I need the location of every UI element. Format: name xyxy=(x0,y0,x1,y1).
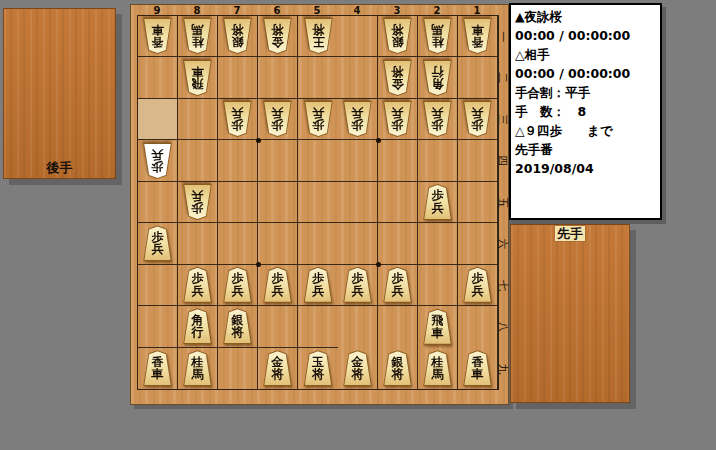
piece-face: 歩兵 xyxy=(424,102,451,136)
piece-kanji: 行 xyxy=(432,65,444,78)
square-21[interactable]: 桂馬 xyxy=(418,16,458,57)
sente-pawn-piece[interactable]: 歩兵 xyxy=(423,184,452,220)
square-26[interactable] xyxy=(418,223,458,264)
piece-shape: 香車 xyxy=(463,350,492,386)
square-58[interactable] xyxy=(298,306,338,347)
square-12[interactable] xyxy=(458,57,498,98)
piece-face: 香車 xyxy=(464,351,491,385)
piece-kanji: 車 xyxy=(472,24,484,37)
square-15[interactable] xyxy=(458,182,498,223)
sente-knight-piece[interactable]: 桂馬 xyxy=(183,350,212,386)
sente-pawn-piece[interactable]: 歩兵 xyxy=(143,225,172,261)
piece-kanji: 将 xyxy=(392,24,404,37)
square-72[interactable] xyxy=(218,57,258,98)
square-95[interactable] xyxy=(138,182,178,223)
square-79[interactable] xyxy=(218,348,258,389)
piece-kanji: 香 xyxy=(152,36,164,49)
piece-face: 歩兵 xyxy=(264,268,291,302)
piece-kanji: 歩 xyxy=(232,119,244,132)
square-86[interactable] xyxy=(178,223,218,264)
square-89[interactable]: 桂馬 xyxy=(178,348,218,389)
sente-knight-piece[interactable]: 桂馬 xyxy=(423,350,452,386)
piece-kanji: 歩 xyxy=(312,119,324,132)
square-63[interactable]: 歩兵 xyxy=(258,99,298,140)
info-gote-clock: 00:00 / 00:00:00 xyxy=(515,64,660,83)
square-46[interactable] xyxy=(338,223,378,264)
piece-face: 香車 xyxy=(144,351,171,385)
piece-kanji: 兵 xyxy=(392,107,404,120)
gote-bishop-piece[interactable]: 角行 xyxy=(423,60,452,96)
piece-face: 桂馬 xyxy=(184,19,211,53)
piece-kanji: 車 xyxy=(472,368,484,381)
board-grid[interactable]: 香車桂馬銀将金将王将銀将桂馬香車飛車金将角行歩兵歩兵歩兵歩兵歩兵歩兵歩兵歩兵歩兵… xyxy=(137,15,499,390)
info-last-move: △９四歩 まで xyxy=(515,121,660,140)
gote-pawn-piece[interactable]: 歩兵 xyxy=(383,101,412,137)
piece-kanji: 兵 xyxy=(192,285,204,298)
piece-shape: 桂馬 xyxy=(423,18,452,54)
info-move-count: 手 数： 8 xyxy=(515,102,660,121)
piece-shape: 歩兵 xyxy=(223,267,252,303)
piece-kanji: 兵 xyxy=(352,107,364,120)
piece-kanji: 兵 xyxy=(432,107,444,120)
piece-face: 歩兵 xyxy=(144,144,171,178)
piece-shape: 歩兵 xyxy=(143,143,172,179)
square-57[interactable]: 歩兵 xyxy=(298,265,338,306)
square-49[interactable]: 金将 xyxy=(338,348,378,389)
piece-face: 歩兵 xyxy=(384,268,411,302)
piece-kanji: 兵 xyxy=(232,285,244,298)
piece-kanji: 将 xyxy=(232,24,244,37)
piece-shape: 香車 xyxy=(143,350,172,386)
shogi-board: 9 8 7 6 5 4 3 2 1 一 二 三 四 五 六 七 八 九 香車桂馬… xyxy=(130,4,509,405)
piece-kanji: 桂 xyxy=(432,36,444,49)
square-51[interactable]: 王将 xyxy=(298,16,338,57)
piece-shape: 王将 xyxy=(304,18,333,54)
info-gote-player: △相手 xyxy=(515,45,660,64)
piece-kanji: 兵 xyxy=(152,243,164,256)
info-handicap: 手合割：平手 xyxy=(515,83,660,102)
square-75[interactable] xyxy=(218,182,258,223)
piece-shape: 金将 xyxy=(383,60,412,96)
piece-kanji: 将 xyxy=(272,368,284,381)
piece-kanji: 将 xyxy=(272,24,284,37)
sente-pawn-piece[interactable]: 歩兵 xyxy=(463,267,492,303)
piece-kanji: 行 xyxy=(192,326,204,339)
square-23[interactable]: 歩兵 xyxy=(418,99,458,140)
square-33[interactable]: 歩兵 xyxy=(378,99,418,140)
piece-kanji: 兵 xyxy=(192,189,204,202)
square-22[interactable]: 角行 xyxy=(418,57,458,98)
piece-shape: 角行 xyxy=(183,308,212,344)
piece-kanji: 歩 xyxy=(272,119,284,132)
square-14[interactable] xyxy=(458,140,498,181)
piece-face: 歩兵 xyxy=(224,268,251,302)
piece-kanji: 歩 xyxy=(352,272,364,285)
piece-face: 歩兵 xyxy=(464,268,491,302)
piece-face: 歩兵 xyxy=(344,268,371,302)
square-29[interactable]: 桂馬 xyxy=(418,348,458,389)
gote-pawn-piece[interactable]: 歩兵 xyxy=(263,101,292,137)
gote-gold-piece[interactable]: 金将 xyxy=(263,18,292,54)
sente-pawn-piece[interactable]: 歩兵 xyxy=(383,267,412,303)
piece-face: 金将 xyxy=(344,351,371,385)
piece-face: 歩兵 xyxy=(224,102,251,136)
piece-face: 歩兵 xyxy=(464,102,491,136)
gote-lance-piece[interactable]: 香車 xyxy=(463,18,492,54)
gote-gold-piece[interactable]: 金将 xyxy=(383,60,412,96)
square-91[interactable]: 香車 xyxy=(138,16,178,57)
gote-pawn-piece[interactable]: 歩兵 xyxy=(343,101,372,137)
piece-kanji: 飛 xyxy=(432,314,444,327)
piece-shape: 銀将 xyxy=(223,308,252,344)
sente-bishop-piece[interactable]: 角行 xyxy=(183,308,212,344)
square-98[interactable] xyxy=(138,306,178,347)
piece-kanji: 歩 xyxy=(472,119,484,132)
piece-kanji: 兵 xyxy=(472,285,484,298)
piece-shape: 銀将 xyxy=(223,18,252,54)
info-sente-player: ▲夜詠桜 xyxy=(515,7,660,26)
gote-pawn-piece[interactable]: 歩兵 xyxy=(423,101,452,137)
square-66[interactable] xyxy=(258,223,298,264)
square-88[interactable]: 角行 xyxy=(178,306,218,347)
square-84[interactable] xyxy=(178,140,218,181)
piece-kanji: 銀 xyxy=(232,36,244,49)
piece-kanji: 兵 xyxy=(272,107,284,120)
piece-face: 歩兵 xyxy=(305,268,332,302)
piece-shape: 歩兵 xyxy=(263,101,292,137)
square-73[interactable]: 歩兵 xyxy=(218,99,258,140)
piece-face: 桂馬 xyxy=(424,19,451,53)
square-27[interactable] xyxy=(418,265,458,306)
piece-shape: 歩兵 xyxy=(304,267,333,303)
square-78[interactable]: 銀将 xyxy=(218,306,258,347)
piece-kanji: 歩 xyxy=(472,272,484,285)
piece-kanji: 飛 xyxy=(192,78,204,91)
piece-kanji: 兵 xyxy=(232,107,244,120)
piece-shape: 銀将 xyxy=(383,350,412,386)
square-16[interactable] xyxy=(458,223,498,264)
sente-rook-piece[interactable]: 飛車 xyxy=(423,309,452,345)
square-38[interactable] xyxy=(378,306,418,347)
piece-face: 角行 xyxy=(424,61,451,95)
piece-kanji: 将 xyxy=(392,65,404,78)
square-47[interactable]: 歩兵 xyxy=(338,265,378,306)
square-34[interactable] xyxy=(378,140,418,181)
piece-shape: 歩兵 xyxy=(263,267,292,303)
gote-pawn-piece[interactable]: 歩兵 xyxy=(143,143,172,179)
sente-gold-piece[interactable]: 金将 xyxy=(263,350,292,386)
square-48[interactable] xyxy=(338,306,378,347)
square-74[interactable] xyxy=(218,140,258,181)
square-96[interactable]: 歩兵 xyxy=(138,223,178,264)
square-55[interactable] xyxy=(298,182,338,223)
piece-kanji: 歩 xyxy=(352,119,364,132)
square-83[interactable] xyxy=(178,99,218,140)
piece-kanji: 車 xyxy=(432,327,444,340)
piece-shape: 桂馬 xyxy=(183,18,212,54)
piece-face: 歩兵 xyxy=(424,185,451,219)
square-17[interactable]: 歩兵 xyxy=(458,265,498,306)
piece-face: 歩兵 xyxy=(384,102,411,136)
square-24[interactable] xyxy=(418,140,458,181)
gote-pawn-piece[interactable]: 歩兵 xyxy=(183,184,212,220)
piece-shape: 玉将 xyxy=(304,350,333,386)
piece-face: 銀将 xyxy=(224,19,251,53)
piece-shape: 歩兵 xyxy=(143,225,172,261)
piece-shape: 歩兵 xyxy=(383,101,412,137)
piece-kanji: 桂 xyxy=(192,36,204,49)
gote-lance-piece[interactable]: 香車 xyxy=(143,18,172,54)
piece-face: 金将 xyxy=(264,351,291,385)
piece-shape: 金将 xyxy=(343,350,372,386)
square-93[interactable] xyxy=(138,99,178,140)
square-25[interactable]: 歩兵 xyxy=(418,182,458,223)
square-37[interactable]: 歩兵 xyxy=(378,265,418,306)
piece-kanji: 歩 xyxy=(312,272,324,285)
square-67[interactable]: 歩兵 xyxy=(258,265,298,306)
piece-shape: 金将 xyxy=(263,350,292,386)
square-59[interactable]: 玉将 xyxy=(298,348,338,389)
piece-kanji: 将 xyxy=(312,24,324,37)
square-32[interactable]: 金将 xyxy=(378,57,418,98)
piece-kanji: 馬 xyxy=(192,24,204,37)
piece-kanji: 将 xyxy=(312,368,324,381)
square-82[interactable]: 飛車 xyxy=(178,57,218,98)
piece-face: 香車 xyxy=(144,19,171,53)
gote-knight-piece[interactable]: 桂馬 xyxy=(183,18,212,54)
square-54[interactable] xyxy=(298,140,338,181)
square-43[interactable]: 歩兵 xyxy=(338,99,378,140)
sente-pawn-piece[interactable]: 歩兵 xyxy=(223,267,252,303)
piece-kanji: 銀 xyxy=(392,36,404,49)
piece-kanji: 兵 xyxy=(472,107,484,120)
piece-face: 歩兵 xyxy=(144,226,171,260)
square-69[interactable]: 金将 xyxy=(258,348,298,389)
info-sente-clock: 00:00 / 00:00:00 xyxy=(515,26,660,45)
square-35[interactable] xyxy=(378,182,418,223)
square-13[interactable]: 歩兵 xyxy=(458,99,498,140)
piece-kanji: 車 xyxy=(192,65,204,78)
star-point xyxy=(376,262,381,267)
square-19[interactable]: 香車 xyxy=(458,348,498,389)
piece-shape: 銀将 xyxy=(383,18,412,54)
piece-shape: 歩兵 xyxy=(463,101,492,137)
piece-shape: 歩兵 xyxy=(383,267,412,303)
square-99[interactable]: 香車 xyxy=(138,348,178,389)
gote-knight-piece[interactable]: 桂馬 xyxy=(423,18,452,54)
piece-kanji: 香 xyxy=(472,36,484,49)
piece-kanji: 兵 xyxy=(392,285,404,298)
piece-face: 飛車 xyxy=(184,61,211,95)
piece-face: 玉将 xyxy=(305,351,332,385)
piece-face: 歩兵 xyxy=(344,102,371,136)
gote-rook-piece[interactable]: 飛車 xyxy=(183,60,212,96)
piece-face: 銀将 xyxy=(224,309,251,343)
piece-face: 歩兵 xyxy=(184,268,211,302)
square-85[interactable]: 歩兵 xyxy=(178,182,218,223)
gote-stand-label: 後手 xyxy=(4,161,115,175)
piece-face: 飛車 xyxy=(424,310,451,344)
square-81[interactable]: 桂馬 xyxy=(178,16,218,57)
piece-kanji: 歩 xyxy=(192,272,204,285)
sente-piece-stand: 先手 xyxy=(510,224,630,403)
piece-kanji: 歩 xyxy=(272,272,284,285)
square-64[interactable] xyxy=(258,140,298,181)
gote-pawn-piece[interactable]: 歩兵 xyxy=(223,101,252,137)
piece-face: 銀将 xyxy=(384,351,411,385)
square-77[interactable]: 歩兵 xyxy=(218,265,258,306)
piece-shape: 歩兵 xyxy=(423,101,452,137)
star-point xyxy=(256,262,261,267)
piece-kanji: 将 xyxy=(352,368,364,381)
square-28[interactable]: 飛車 xyxy=(418,306,458,347)
piece-shape: 桂馬 xyxy=(423,350,452,386)
shogi-app-window: 後手 9 8 7 6 5 4 3 2 1 一 二 三 四 五 六 七 八 九 xyxy=(0,0,716,450)
square-31[interactable]: 銀将 xyxy=(378,16,418,57)
square-45[interactable] xyxy=(338,182,378,223)
star-point xyxy=(256,138,261,143)
piece-kanji: 王 xyxy=(312,36,324,49)
piece-face: 角行 xyxy=(184,309,211,343)
piece-shape: 飛車 xyxy=(423,309,452,345)
piece-face: 香車 xyxy=(464,19,491,53)
gote-pawn-piece[interactable]: 歩兵 xyxy=(304,101,333,137)
sente-pawn-piece[interactable]: 歩兵 xyxy=(343,267,372,303)
piece-kanji: 金 xyxy=(272,36,284,49)
square-62[interactable] xyxy=(258,57,298,98)
piece-shape: 歩兵 xyxy=(343,101,372,137)
piece-kanji: 馬 xyxy=(192,368,204,381)
piece-shape: 歩兵 xyxy=(223,101,252,137)
piece-shape: 角行 xyxy=(423,60,452,96)
square-92[interactable] xyxy=(138,57,178,98)
piece-face: 歩兵 xyxy=(184,185,211,219)
square-42[interactable] xyxy=(338,57,378,98)
piece-face: 歩兵 xyxy=(264,102,291,136)
piece-kanji: 馬 xyxy=(432,368,444,381)
sente-silver-piece[interactable]: 銀将 xyxy=(383,350,412,386)
sente-lance-piece[interactable]: 香車 xyxy=(143,350,172,386)
piece-kanji: 車 xyxy=(152,24,164,37)
square-36[interactable] xyxy=(378,223,418,264)
star-point xyxy=(376,138,381,143)
piece-kanji: 金 xyxy=(392,78,404,91)
gote-pawn-piece[interactable]: 歩兵 xyxy=(463,101,492,137)
piece-kanji: 兵 xyxy=(312,107,324,120)
piece-face: 金将 xyxy=(264,19,291,53)
piece-face: 王将 xyxy=(305,19,332,53)
piece-kanji: 歩 xyxy=(392,272,404,285)
square-52[interactable] xyxy=(298,57,338,98)
piece-shape: 飛車 xyxy=(183,60,212,96)
piece-shape: 香車 xyxy=(463,18,492,54)
square-11[interactable]: 香車 xyxy=(458,16,498,57)
info-date: 2019/08/04 xyxy=(515,159,660,178)
piece-kanji: 歩 xyxy=(192,202,204,215)
piece-shape: 香車 xyxy=(143,18,172,54)
piece-kanji: 兵 xyxy=(312,285,324,298)
gote-silver-piece[interactable]: 銀将 xyxy=(383,18,412,54)
piece-kanji: 歩 xyxy=(152,161,164,174)
piece-face: 桂馬 xyxy=(184,351,211,385)
piece-face: 銀将 xyxy=(384,19,411,53)
piece-shape: 歩兵 xyxy=(343,267,372,303)
sente-gold-piece[interactable]: 金将 xyxy=(343,350,372,386)
square-56[interactable] xyxy=(298,223,338,264)
square-68[interactable] xyxy=(258,306,298,347)
sente-stand-label-text: 先手 xyxy=(555,226,585,241)
gote-piece-stand: 後手 xyxy=(3,8,116,179)
square-41[interactable] xyxy=(338,16,378,57)
square-94[interactable]: 歩兵 xyxy=(138,140,178,181)
sente-pawn-piece[interactable]: 歩兵 xyxy=(183,267,212,303)
piece-kanji: 兵 xyxy=(272,285,284,298)
piece-kanji: 兵 xyxy=(432,202,444,215)
info-turn: 先手番 xyxy=(515,140,660,159)
square-39[interactable]: 銀将 xyxy=(378,348,418,389)
square-53[interactable]: 歩兵 xyxy=(298,99,338,140)
piece-shape: 歩兵 xyxy=(463,267,492,303)
piece-shape: 桂馬 xyxy=(183,350,212,386)
piece-shape: 歩兵 xyxy=(183,184,212,220)
piece-face: 歩兵 xyxy=(305,102,332,136)
piece-shape: 歩兵 xyxy=(304,101,333,137)
square-76[interactable] xyxy=(218,223,258,264)
sente-pawn-piece[interactable]: 歩兵 xyxy=(304,267,333,303)
square-44[interactable] xyxy=(338,140,378,181)
piece-kanji: 歩 xyxy=(432,119,444,132)
square-71[interactable]: 銀将 xyxy=(218,16,258,57)
square-97[interactable] xyxy=(138,265,178,306)
square-61[interactable]: 金将 xyxy=(258,16,298,57)
sente-king-piece[interactable]: 玉将 xyxy=(304,350,333,386)
sente-silver-piece[interactable]: 銀将 xyxy=(223,308,252,344)
piece-shape: 歩兵 xyxy=(183,267,212,303)
piece-kanji: 馬 xyxy=(432,24,444,37)
piece-shape: 金将 xyxy=(263,18,292,54)
square-65[interactable] xyxy=(258,182,298,223)
piece-kanji: 車 xyxy=(152,368,164,381)
sente-pawn-piece[interactable]: 歩兵 xyxy=(263,267,292,303)
square-87[interactable]: 歩兵 xyxy=(178,265,218,306)
piece-kanji: 兵 xyxy=(352,285,364,298)
piece-kanji: 兵 xyxy=(152,148,164,161)
sente-stand-label: 先手 xyxy=(511,227,629,241)
piece-shape: 歩兵 xyxy=(423,184,452,220)
gote-silver-piece[interactable]: 銀将 xyxy=(223,18,252,54)
gote-stand-label-text: 後手 xyxy=(47,160,73,175)
piece-face: 金将 xyxy=(384,61,411,95)
piece-kanji: 将 xyxy=(232,326,244,339)
piece-kanji: 角 xyxy=(432,78,444,91)
sente-lance-piece[interactable]: 香車 xyxy=(463,350,492,386)
piece-kanji: 歩 xyxy=(392,119,404,132)
piece-kanji: 歩 xyxy=(232,272,244,285)
game-info-panel: ▲夜詠桜 00:00 / 00:00:00 △相手 00:00 / 00:00:… xyxy=(509,3,662,220)
gote-king-piece[interactable]: 王将 xyxy=(304,18,333,54)
square-18[interactable] xyxy=(458,306,498,347)
piece-face: 桂馬 xyxy=(424,351,451,385)
piece-kanji: 将 xyxy=(392,368,404,381)
